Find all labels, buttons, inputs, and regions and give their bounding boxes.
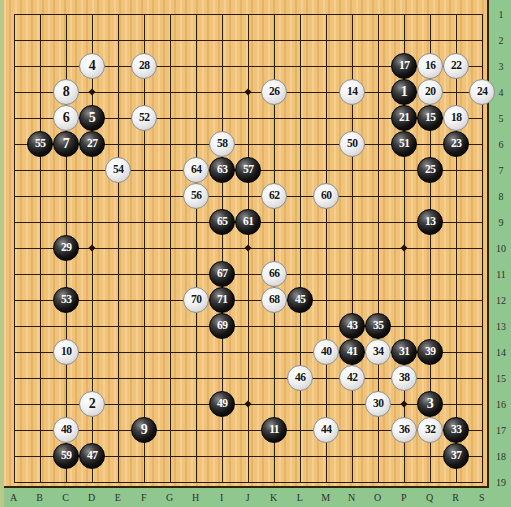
move-number: 40 xyxy=(321,346,332,358)
move-number: 37 xyxy=(451,450,462,462)
move-number: 65 xyxy=(217,216,228,228)
grid-horizontal-line xyxy=(14,482,483,483)
move-number: 16 xyxy=(425,60,436,72)
column-label-O: O xyxy=(374,492,381,503)
move-number: 51 xyxy=(399,138,410,150)
stone-H12: 70 xyxy=(183,287,209,313)
move-number: 43 xyxy=(347,320,358,332)
row-label-14: 14 xyxy=(491,346,511,357)
stone-P15: 38 xyxy=(391,365,417,391)
move-number: 24 xyxy=(477,86,488,98)
stone-K4: 26 xyxy=(261,79,287,105)
column-label-B: B xyxy=(36,492,43,503)
stone-P14: 31 xyxy=(391,339,417,365)
move-number: 41 xyxy=(347,346,358,358)
move-number: 4 xyxy=(89,59,96,73)
stone-R6: 23 xyxy=(443,131,469,157)
move-number: 47 xyxy=(87,450,98,462)
move-number: 28 xyxy=(139,60,150,72)
move-number: 5 xyxy=(89,111,96,125)
row-label-11: 11 xyxy=(491,268,511,279)
row-label-17: 17 xyxy=(491,424,511,435)
go-board-diagram: 1234567891011131415161718202122232425262… xyxy=(0,0,511,507)
column-label-G: G xyxy=(166,492,173,503)
stone-N6: 50 xyxy=(339,131,365,157)
move-number: 25 xyxy=(425,164,436,176)
stone-N15: 42 xyxy=(339,365,365,391)
row-label-15: 15 xyxy=(491,372,511,383)
move-number: 33 xyxy=(451,424,462,436)
column-label-D: D xyxy=(88,492,95,503)
move-number: 67 xyxy=(217,268,228,280)
stone-I13: 69 xyxy=(209,313,235,339)
move-number: 26 xyxy=(269,86,280,98)
stone-H8: 56 xyxy=(183,183,209,209)
move-number: 8 xyxy=(63,85,70,99)
row-label-9: 9 xyxy=(491,216,511,227)
move-number: 55 xyxy=(35,138,46,150)
move-number: 44 xyxy=(321,424,332,436)
stone-Q16: 3 xyxy=(417,391,443,417)
stone-C5: 6 xyxy=(53,105,79,131)
column-label-J: J xyxy=(246,492,250,503)
row-label-10: 10 xyxy=(491,242,511,253)
stone-C14: 10 xyxy=(53,339,79,365)
move-number: 9 xyxy=(141,423,148,437)
move-number: 50 xyxy=(347,138,358,150)
move-number: 6 xyxy=(63,111,70,125)
stone-I11: 67 xyxy=(209,261,235,287)
move-number: 15 xyxy=(425,112,436,124)
stone-D18: 47 xyxy=(79,443,105,469)
move-number: 14 xyxy=(347,86,358,98)
move-number: 18 xyxy=(451,112,462,124)
stone-I6: 58 xyxy=(209,131,235,157)
stone-K12: 68 xyxy=(261,287,287,313)
stone-C4: 8 xyxy=(53,79,79,105)
stone-C10: 29 xyxy=(53,235,79,261)
move-number: 30 xyxy=(373,398,384,410)
column-label-R: R xyxy=(452,492,459,503)
stone-N13: 43 xyxy=(339,313,365,339)
stone-K11: 66 xyxy=(261,261,287,287)
stone-C17: 48 xyxy=(53,417,79,443)
stone-Q5: 15 xyxy=(417,105,443,131)
stone-I16: 49 xyxy=(209,391,235,417)
move-number: 68 xyxy=(269,294,280,306)
column-label-E: E xyxy=(115,492,121,503)
column-label-K: K xyxy=(270,492,277,503)
grid-horizontal-line xyxy=(14,274,483,275)
move-number: 10 xyxy=(61,346,72,358)
stone-N14: 41 xyxy=(339,339,365,365)
column-label-I: I xyxy=(220,492,223,503)
move-number: 57 xyxy=(243,164,254,176)
stone-F3: 28 xyxy=(131,53,157,79)
move-number: 11 xyxy=(269,424,279,436)
column-label-M: M xyxy=(321,492,330,503)
stone-O14: 34 xyxy=(365,339,391,365)
move-number: 62 xyxy=(269,190,280,202)
move-number: 59 xyxy=(61,450,72,462)
move-number: 54 xyxy=(113,164,124,176)
move-number: 20 xyxy=(425,86,436,98)
row-label-16: 16 xyxy=(491,398,511,409)
stone-Q9: 13 xyxy=(417,209,443,235)
move-number: 42 xyxy=(347,372,358,384)
move-number: 71 xyxy=(217,294,228,306)
stone-R5: 18 xyxy=(443,105,469,131)
stone-D6: 27 xyxy=(79,131,105,157)
stone-D3: 4 xyxy=(79,53,105,79)
grid-vertical-line xyxy=(456,14,457,482)
stone-R18: 37 xyxy=(443,443,469,469)
stone-K8: 62 xyxy=(261,183,287,209)
move-number: 48 xyxy=(61,424,72,436)
stone-D5: 5 xyxy=(79,105,105,131)
move-number: 61 xyxy=(243,216,254,228)
stone-Q3: 16 xyxy=(417,53,443,79)
grid-vertical-line xyxy=(300,14,301,482)
move-number: 31 xyxy=(399,346,410,358)
row-label-4: 4 xyxy=(491,86,511,97)
grid-horizontal-line xyxy=(14,326,483,327)
move-number: 29 xyxy=(61,242,72,254)
move-number: 13 xyxy=(425,216,436,228)
move-number: 63 xyxy=(217,164,228,176)
stone-F5: 52 xyxy=(131,105,157,131)
stone-O13: 35 xyxy=(365,313,391,339)
move-number: 69 xyxy=(217,320,228,332)
move-number: 36 xyxy=(399,424,410,436)
stone-R17: 33 xyxy=(443,417,469,443)
move-number: 70 xyxy=(191,294,202,306)
grid-horizontal-line xyxy=(14,300,483,301)
stone-N4: 14 xyxy=(339,79,365,105)
stone-Q17: 32 xyxy=(417,417,443,443)
stone-Q7: 25 xyxy=(417,157,443,183)
move-number: 7 xyxy=(63,137,70,151)
stone-I7: 63 xyxy=(209,157,235,183)
stone-O16: 30 xyxy=(365,391,391,417)
row-label-2: 2 xyxy=(491,34,511,45)
move-number: 3 xyxy=(427,397,434,411)
stone-E7: 54 xyxy=(105,157,131,183)
stone-M17: 44 xyxy=(313,417,339,443)
stone-L15: 46 xyxy=(287,365,313,391)
stone-I9: 65 xyxy=(209,209,235,235)
row-label-13: 13 xyxy=(491,320,511,331)
stone-D16: 2 xyxy=(79,391,105,417)
move-number: 56 xyxy=(191,190,202,202)
stone-I12: 71 xyxy=(209,287,235,313)
stone-R3: 22 xyxy=(443,53,469,79)
move-number: 1 xyxy=(401,85,408,99)
stone-P6: 51 xyxy=(391,131,417,157)
move-number: 66 xyxy=(269,268,280,280)
move-number: 17 xyxy=(399,60,410,72)
column-label-C: C xyxy=(62,492,69,503)
row-label-19: 19 xyxy=(491,476,511,487)
move-number: 21 xyxy=(399,112,410,124)
move-number: 22 xyxy=(451,60,462,72)
move-number: 58 xyxy=(217,138,228,150)
move-number: 34 xyxy=(373,346,384,358)
move-number: 32 xyxy=(425,424,436,436)
column-label-F: F xyxy=(141,492,147,503)
column-label-S: S xyxy=(479,492,485,503)
stone-Q4: 20 xyxy=(417,79,443,105)
move-number: 39 xyxy=(425,346,436,358)
stone-J7: 57 xyxy=(235,157,261,183)
move-number: 23 xyxy=(451,138,462,150)
move-number: 52 xyxy=(139,112,150,124)
column-label-A: A xyxy=(10,492,17,503)
stone-P17: 36 xyxy=(391,417,417,443)
stone-P5: 21 xyxy=(391,105,417,131)
row-label-5: 5 xyxy=(491,112,511,123)
stone-C18: 59 xyxy=(53,443,79,469)
move-number: 46 xyxy=(295,372,306,384)
stone-F17: 9 xyxy=(131,417,157,443)
stone-M8: 60 xyxy=(313,183,339,209)
stone-J9: 61 xyxy=(235,209,261,235)
row-label-7: 7 xyxy=(491,164,511,175)
stone-M14: 40 xyxy=(313,339,339,365)
column-label-H: H xyxy=(192,492,199,503)
move-number: 64 xyxy=(191,164,202,176)
move-number: 60 xyxy=(321,190,332,202)
stone-P4: 1 xyxy=(391,79,417,105)
stone-C6: 7 xyxy=(53,131,79,157)
column-label-Q: Q xyxy=(426,492,433,503)
stone-K17: 11 xyxy=(261,417,287,443)
move-number: 49 xyxy=(217,398,228,410)
row-label-1: 1 xyxy=(491,8,511,19)
row-label-6: 6 xyxy=(491,138,511,149)
move-number: 35 xyxy=(373,320,384,332)
grid-vertical-line xyxy=(326,14,327,482)
move-number: 45 xyxy=(295,294,306,306)
row-label-3: 3 xyxy=(491,60,511,71)
stone-C12: 53 xyxy=(53,287,79,313)
stone-P3: 17 xyxy=(391,53,417,79)
move-number: 38 xyxy=(399,372,410,384)
row-label-8: 8 xyxy=(491,190,511,201)
stone-Q14: 39 xyxy=(417,339,443,365)
move-number: 2 xyxy=(89,397,96,411)
row-label-18: 18 xyxy=(491,450,511,461)
stone-L12: 45 xyxy=(287,287,313,313)
column-label-N: N xyxy=(348,492,355,503)
stone-H7: 64 xyxy=(183,157,209,183)
move-number: 53 xyxy=(61,294,72,306)
column-label-P: P xyxy=(401,492,407,503)
move-number: 27 xyxy=(87,138,98,150)
column-label-L: L xyxy=(297,492,303,503)
stone-B6: 55 xyxy=(27,131,53,157)
row-label-12: 12 xyxy=(491,294,511,305)
